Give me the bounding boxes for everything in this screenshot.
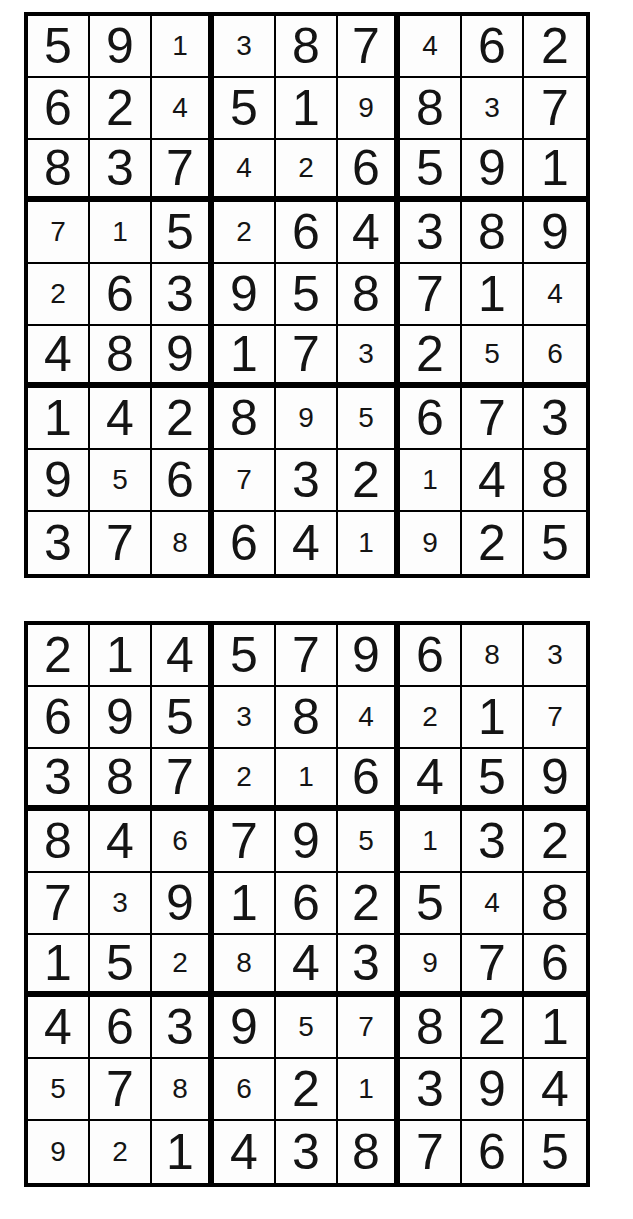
cell-r8c3: 8 (152, 1059, 214, 1121)
cell-r7c7: 8 (400, 997, 462, 1059)
cell-r7c4: 9 (214, 997, 276, 1059)
cell-r4c2: 4 (90, 811, 152, 873)
cell-r6c1: 1 (28, 935, 90, 997)
cell-r2c9: 7 (524, 687, 586, 749)
cell-r3c4: 4 (214, 140, 276, 202)
cell-r2c3: 5 (152, 687, 214, 749)
cell-r8c7: 3 (400, 1059, 462, 1121)
cell-r8c4: 6 (214, 1059, 276, 1121)
cell-r1c8: 8 (462, 625, 524, 687)
cell-r3c2: 8 (90, 749, 152, 811)
cell-r1c2: 1 (90, 625, 152, 687)
cell-r4c9: 9 (524, 202, 586, 264)
cell-r9c5: 4 (276, 512, 338, 574)
cell-r8c5: 2 (276, 1059, 338, 1121)
cell-r3c1: 8 (28, 140, 90, 202)
cell-r5c1: 7 (28, 873, 90, 935)
cell-r8c5: 3 (276, 450, 338, 512)
cell-r9c9: 5 (524, 1121, 586, 1183)
cell-r2c7: 2 (400, 687, 462, 749)
cell-r7c1: 4 (28, 997, 90, 1059)
cell-r8c7: 1 (400, 450, 462, 512)
cell-r2c2: 2 (90, 78, 152, 140)
cell-r8c6: 2 (338, 450, 400, 512)
cell-r1c7: 4 (400, 16, 462, 78)
cell-r4c7: 3 (400, 202, 462, 264)
cell-r5c7: 7 (400, 264, 462, 326)
cell-r2c1: 6 (28, 78, 90, 140)
cell-r5c9: 8 (524, 873, 586, 935)
cell-r1c5: 7 (276, 625, 338, 687)
cell-r9c4: 6 (214, 512, 276, 574)
cell-r5c9: 4 (524, 264, 586, 326)
cell-r4c3: 6 (152, 811, 214, 873)
cell-r1c1: 2 (28, 625, 90, 687)
cell-r6c5: 4 (276, 935, 338, 997)
cell-r6c9: 6 (524, 935, 586, 997)
cell-r3c9: 9 (524, 749, 586, 811)
cell-r9c2: 7 (90, 512, 152, 574)
cell-r9c8: 6 (462, 1121, 524, 1183)
cell-r7c7: 6 (400, 388, 462, 450)
cell-r3c5: 2 (276, 140, 338, 202)
cell-r3c7: 4 (400, 749, 462, 811)
cell-r9c3: 1 (152, 1121, 214, 1183)
cell-r1c9: 3 (524, 625, 586, 687)
cell-r9c6: 8 (338, 1121, 400, 1183)
cell-r5c3: 9 (152, 873, 214, 935)
cell-r5c6: 8 (338, 264, 400, 326)
cell-r1c1: 5 (28, 16, 90, 78)
cell-r4c2: 1 (90, 202, 152, 264)
cell-r3c2: 3 (90, 140, 152, 202)
cell-r6c4: 1 (214, 326, 276, 388)
cell-r6c2: 8 (90, 326, 152, 388)
cell-r4c8: 3 (462, 811, 524, 873)
cell-r4c3: 5 (152, 202, 214, 264)
cell-r1c4: 5 (214, 625, 276, 687)
cell-r2c1: 6 (28, 687, 90, 749)
cell-r6c3: 9 (152, 326, 214, 388)
cell-r4c5: 9 (276, 811, 338, 873)
cell-r2c9: 7 (524, 78, 586, 140)
cell-r4c1: 8 (28, 811, 90, 873)
cell-r4c5: 6 (276, 202, 338, 264)
cell-r3c4: 2 (214, 749, 276, 811)
cell-r1c3: 4 (152, 625, 214, 687)
cell-r5c4: 1 (214, 873, 276, 935)
cell-r3c6: 6 (338, 140, 400, 202)
cell-r9c2: 2 (90, 1121, 152, 1183)
cell-r3c5: 1 (276, 749, 338, 811)
cell-r2c7: 8 (400, 78, 462, 140)
cell-r3c9: 1 (524, 140, 586, 202)
cell-r4c1: 7 (28, 202, 90, 264)
cell-r5c8: 1 (462, 264, 524, 326)
cell-r7c3: 2 (152, 388, 214, 450)
cell-r8c9: 4 (524, 1059, 586, 1121)
cell-r7c3: 3 (152, 997, 214, 1059)
cell-r5c8: 4 (462, 873, 524, 935)
cell-r3c3: 7 (152, 140, 214, 202)
cell-r6c7: 2 (400, 326, 462, 388)
cell-r7c8: 2 (462, 997, 524, 1059)
cell-r1c3: 1 (152, 16, 214, 78)
cell-r2c8: 1 (462, 687, 524, 749)
cell-r8c8: 4 (462, 450, 524, 512)
cell-r5c2: 3 (90, 873, 152, 935)
cell-r1c5: 8 (276, 16, 338, 78)
cell-r6c6: 3 (338, 935, 400, 997)
cell-r8c9: 8 (524, 450, 586, 512)
cell-r4c4: 7 (214, 811, 276, 873)
cell-r7c9: 3 (524, 388, 586, 450)
page: 5913874626245198378374265917152643892639… (0, 0, 633, 1219)
cell-r7c1: 1 (28, 388, 90, 450)
cell-r5c5: 6 (276, 873, 338, 935)
sudoku-board-2-wrap: 2145796836953842173872164598467951327391… (24, 621, 590, 1187)
cell-r4c6: 4 (338, 202, 400, 264)
cell-r9c1: 9 (28, 1121, 90, 1183)
cell-r8c2: 7 (90, 1059, 152, 1121)
cell-r5c1: 2 (28, 264, 90, 326)
cell-r1c6: 7 (338, 16, 400, 78)
cell-r1c2: 9 (90, 16, 152, 78)
cell-r1c6: 9 (338, 625, 400, 687)
cell-r7c9: 1 (524, 997, 586, 1059)
cell-r4c8: 8 (462, 202, 524, 264)
cell-r5c2: 6 (90, 264, 152, 326)
cell-r4c4: 2 (214, 202, 276, 264)
cell-r2c5: 1 (276, 78, 338, 140)
cell-r4c9: 2 (524, 811, 586, 873)
cell-r1c9: 2 (524, 16, 586, 78)
cell-r6c8: 7 (462, 935, 524, 997)
cell-r7c4: 8 (214, 388, 276, 450)
cell-r8c1: 9 (28, 450, 90, 512)
cell-r9c1: 3 (28, 512, 90, 574)
cell-r6c1: 4 (28, 326, 90, 388)
cell-r8c8: 9 (462, 1059, 524, 1121)
cell-r3c3: 7 (152, 749, 214, 811)
cell-r6c7: 9 (400, 935, 462, 997)
cell-r6c3: 2 (152, 935, 214, 997)
cell-r9c8: 2 (462, 512, 524, 574)
cell-r7c6: 5 (338, 388, 400, 450)
cell-r5c7: 5 (400, 873, 462, 935)
cell-r4c6: 5 (338, 811, 400, 873)
cell-r6c9: 6 (524, 326, 586, 388)
cell-r1c7: 6 (400, 625, 462, 687)
cell-r2c5: 8 (276, 687, 338, 749)
cell-r3c8: 5 (462, 749, 524, 811)
cell-r2c6: 9 (338, 78, 400, 140)
cell-r2c8: 3 (462, 78, 524, 140)
sudoku-board-1: 5913874626245198378374265917152643892639… (24, 12, 590, 578)
cell-r6c4: 8 (214, 935, 276, 997)
cell-r2c4: 5 (214, 78, 276, 140)
cell-r7c5: 9 (276, 388, 338, 450)
cell-r7c2: 6 (90, 997, 152, 1059)
cell-r8c6: 1 (338, 1059, 400, 1121)
cell-r7c8: 7 (462, 388, 524, 450)
cell-r9c6: 1 (338, 512, 400, 574)
cell-r1c8: 6 (462, 16, 524, 78)
cell-r9c7: 7 (400, 1121, 462, 1183)
cell-r6c8: 5 (462, 326, 524, 388)
cell-r6c5: 7 (276, 326, 338, 388)
cell-r3c8: 9 (462, 140, 524, 202)
cell-r5c3: 3 (152, 264, 214, 326)
cell-r2c4: 3 (214, 687, 276, 749)
cell-r6c6: 3 (338, 326, 400, 388)
cell-r4c7: 1 (400, 811, 462, 873)
cell-r7c2: 4 (90, 388, 152, 450)
cell-r9c9: 5 (524, 512, 586, 574)
cell-r3c1: 3 (28, 749, 90, 811)
cell-r5c6: 2 (338, 873, 400, 935)
cell-r3c7: 5 (400, 140, 462, 202)
cell-r2c2: 9 (90, 687, 152, 749)
cell-r9c4: 4 (214, 1121, 276, 1183)
cell-r6c2: 5 (90, 935, 152, 997)
cell-r8c1: 5 (28, 1059, 90, 1121)
cell-r8c3: 6 (152, 450, 214, 512)
cell-r2c6: 4 (338, 687, 400, 749)
cell-r9c3: 8 (152, 512, 214, 574)
cell-r8c2: 5 (90, 450, 152, 512)
cell-r7c6: 7 (338, 997, 400, 1059)
cell-r7c5: 5 (276, 997, 338, 1059)
cell-r2c3: 4 (152, 78, 214, 140)
cell-r9c5: 3 (276, 1121, 338, 1183)
sudoku-board-2: 2145796836953842173872164598467951327391… (24, 621, 590, 1187)
cell-r9c7: 9 (400, 512, 462, 574)
sudoku-board-1-wrap: 5913874626245198378374265917152643892639… (24, 12, 590, 578)
cell-r8c4: 7 (214, 450, 276, 512)
cell-r3c6: 6 (338, 749, 400, 811)
cell-r5c4: 9 (214, 264, 276, 326)
cell-r5c5: 5 (276, 264, 338, 326)
cell-r1c4: 3 (214, 16, 276, 78)
